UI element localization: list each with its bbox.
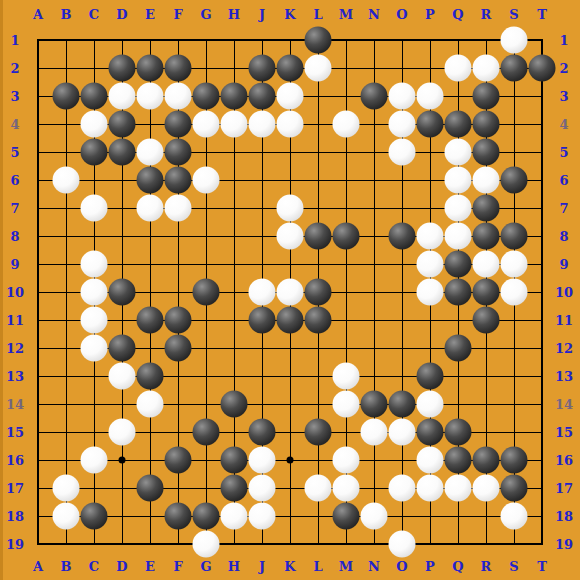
row-label: 7	[10, 202, 19, 215]
white-stone	[445, 167, 472, 194]
black-stone	[361, 391, 388, 418]
column-label: T	[537, 8, 547, 21]
row-label: 11	[6, 314, 24, 327]
black-stone	[137, 307, 164, 334]
row-label: 8	[10, 230, 19, 243]
black-stone	[529, 55, 556, 82]
black-stone	[501, 447, 528, 474]
row-label: 7	[559, 202, 568, 215]
star-point	[119, 457, 126, 464]
black-stone	[473, 139, 500, 166]
white-stone	[249, 447, 276, 474]
black-stone	[109, 55, 136, 82]
black-stone	[333, 503, 360, 530]
column-label: T	[537, 560, 547, 573]
row-label: 3	[10, 90, 19, 103]
black-stone	[501, 223, 528, 250]
black-stone	[165, 335, 192, 362]
black-stone	[193, 279, 220, 306]
white-stone	[81, 307, 108, 334]
row-label: 10	[6, 286, 24, 299]
column-label: B	[61, 8, 72, 21]
black-stone	[165, 447, 192, 474]
column-label: R	[481, 8, 492, 21]
black-stone	[109, 279, 136, 306]
black-stone	[109, 111, 136, 138]
white-stone	[277, 83, 304, 110]
row-label: 13	[555, 370, 573, 383]
column-label: N	[368, 560, 380, 573]
column-label: M	[339, 8, 353, 21]
row-label: 14	[555, 398, 573, 411]
white-stone	[417, 83, 444, 110]
column-label: F	[173, 8, 182, 21]
white-stone	[109, 83, 136, 110]
white-stone	[277, 223, 304, 250]
grid-line-vertical	[374, 39, 375, 545]
row-label: 6	[10, 174, 19, 187]
row-label: 1	[559, 34, 568, 47]
black-stone	[81, 139, 108, 166]
row-label: 2	[10, 62, 19, 75]
black-stone	[305, 27, 332, 54]
black-stone	[165, 307, 192, 334]
column-label: S	[509, 560, 518, 573]
white-stone	[277, 279, 304, 306]
row-label: 18	[555, 510, 573, 523]
black-stone	[445, 335, 472, 362]
white-stone	[81, 447, 108, 474]
white-stone	[417, 279, 444, 306]
black-stone	[305, 307, 332, 334]
go-board[interactable]: AABBCCDDEEFFGGHHJJKKLLMMNNOOPPQQRRSSTT11…	[0, 0, 580, 580]
row-label: 5	[10, 146, 19, 159]
white-stone	[445, 223, 472, 250]
white-stone	[501, 251, 528, 278]
row-label: 1	[10, 34, 19, 47]
white-stone	[137, 83, 164, 110]
column-label: D	[116, 560, 127, 573]
grid-line-vertical	[541, 39, 543, 545]
white-stone	[249, 475, 276, 502]
black-stone	[53, 83, 80, 110]
white-stone	[193, 531, 220, 558]
black-stone	[473, 111, 500, 138]
black-stone	[193, 83, 220, 110]
black-stone	[389, 391, 416, 418]
column-label: G	[200, 8, 211, 21]
row-label: 12	[555, 342, 573, 355]
white-stone	[417, 447, 444, 474]
black-stone	[473, 307, 500, 334]
white-stone	[389, 419, 416, 446]
column-label: C	[89, 8, 99, 21]
black-stone	[109, 335, 136, 362]
black-stone	[249, 307, 276, 334]
white-stone	[333, 447, 360, 474]
black-stone	[305, 223, 332, 250]
black-stone	[501, 167, 528, 194]
column-label: O	[396, 8, 407, 21]
row-label: 17	[6, 482, 24, 495]
column-label: S	[509, 8, 518, 21]
row-label: 15	[555, 426, 573, 439]
black-stone	[501, 55, 528, 82]
black-stone	[165, 503, 192, 530]
white-stone	[137, 195, 164, 222]
row-label: 14	[6, 398, 24, 411]
column-label: D	[116, 8, 127, 21]
column-label: L	[313, 560, 322, 573]
go-board-app: AABBCCDDEEFFGGHHJJKKLLMMNNOOPPQQRRSSTT11…	[0, 0, 580, 580]
white-stone	[417, 251, 444, 278]
black-stone	[165, 139, 192, 166]
black-stone	[137, 475, 164, 502]
column-label: K	[284, 560, 295, 573]
black-stone	[221, 447, 248, 474]
row-label: 13	[6, 370, 24, 383]
white-stone	[81, 279, 108, 306]
column-label: L	[313, 8, 322, 21]
white-stone	[417, 475, 444, 502]
column-label: P	[425, 8, 435, 21]
white-stone	[445, 475, 472, 502]
white-stone	[305, 55, 332, 82]
row-label: 8	[559, 230, 568, 243]
white-stone	[277, 111, 304, 138]
row-label: 2	[559, 62, 568, 75]
row-label: 4	[10, 118, 19, 131]
row-label: 4	[559, 118, 568, 131]
black-stone	[137, 55, 164, 82]
black-stone	[109, 139, 136, 166]
white-stone	[109, 363, 136, 390]
column-label: E	[145, 8, 155, 21]
black-stone	[445, 279, 472, 306]
white-stone	[81, 111, 108, 138]
white-stone	[361, 503, 388, 530]
white-stone	[473, 475, 500, 502]
black-stone	[473, 447, 500, 474]
column-label: A	[33, 560, 43, 573]
row-label: 11	[555, 314, 573, 327]
white-stone	[53, 475, 80, 502]
black-stone	[417, 111, 444, 138]
black-stone	[473, 195, 500, 222]
column-label: A	[33, 8, 43, 21]
row-label: 19	[555, 538, 573, 551]
white-stone	[389, 139, 416, 166]
white-stone	[81, 195, 108, 222]
white-stone	[81, 335, 108, 362]
column-label: O	[396, 560, 407, 573]
row-label: 5	[559, 146, 568, 159]
star-point	[287, 457, 294, 464]
white-stone	[53, 503, 80, 530]
white-stone	[501, 27, 528, 54]
white-stone	[137, 391, 164, 418]
black-stone	[445, 447, 472, 474]
grid-line-horizontal	[37, 516, 543, 517]
white-stone	[473, 167, 500, 194]
white-stone	[417, 223, 444, 250]
white-stone	[165, 83, 192, 110]
white-stone	[109, 419, 136, 446]
row-label: 18	[6, 510, 24, 523]
row-label: 16	[6, 454, 24, 467]
white-stone	[501, 279, 528, 306]
white-stone	[81, 251, 108, 278]
black-stone	[137, 167, 164, 194]
column-label: Q	[452, 8, 463, 21]
black-stone	[221, 391, 248, 418]
column-label: J	[259, 8, 265, 21]
black-stone	[81, 83, 108, 110]
white-stone	[473, 251, 500, 278]
black-stone	[445, 251, 472, 278]
white-stone	[137, 139, 164, 166]
column-label: F	[173, 560, 182, 573]
column-label: J	[259, 560, 265, 573]
row-label: 3	[559, 90, 568, 103]
row-label: 9	[10, 258, 19, 271]
black-stone	[305, 279, 332, 306]
white-stone	[53, 167, 80, 194]
white-stone	[221, 503, 248, 530]
grid-line-horizontal	[37, 543, 543, 545]
black-stone	[473, 223, 500, 250]
white-stone	[389, 83, 416, 110]
black-stone	[165, 167, 192, 194]
black-stone	[221, 83, 248, 110]
column-label: H	[228, 560, 240, 573]
white-stone	[361, 419, 388, 446]
black-stone	[417, 419, 444, 446]
row-label: 16	[555, 454, 573, 467]
black-stone	[165, 111, 192, 138]
white-stone	[417, 391, 444, 418]
black-stone	[361, 83, 388, 110]
black-stone	[277, 55, 304, 82]
white-stone	[333, 391, 360, 418]
column-label: R	[481, 560, 492, 573]
row-label: 15	[6, 426, 24, 439]
black-stone	[193, 419, 220, 446]
black-stone	[249, 419, 276, 446]
white-stone	[277, 195, 304, 222]
black-stone	[221, 475, 248, 502]
black-stone	[305, 419, 332, 446]
black-stone	[193, 503, 220, 530]
white-stone	[445, 195, 472, 222]
column-label: H	[228, 8, 240, 21]
row-label: 12	[6, 342, 24, 355]
column-label: N	[368, 8, 380, 21]
black-stone	[417, 363, 444, 390]
white-stone	[333, 111, 360, 138]
column-label: G	[200, 560, 211, 573]
white-stone	[389, 531, 416, 558]
row-label: 6	[559, 174, 568, 187]
black-stone	[473, 83, 500, 110]
white-stone	[445, 139, 472, 166]
column-label: M	[339, 560, 353, 573]
black-stone	[277, 307, 304, 334]
black-stone	[333, 223, 360, 250]
black-stone	[165, 55, 192, 82]
white-stone	[249, 279, 276, 306]
white-stone	[193, 111, 220, 138]
white-stone	[389, 111, 416, 138]
black-stone	[249, 55, 276, 82]
white-stone	[445, 55, 472, 82]
column-label: C	[89, 560, 99, 573]
black-stone	[445, 419, 472, 446]
white-stone	[165, 195, 192, 222]
white-stone	[389, 475, 416, 502]
white-stone	[193, 167, 220, 194]
row-label: 9	[559, 258, 568, 271]
white-stone	[333, 475, 360, 502]
black-stone	[137, 363, 164, 390]
column-label: K	[284, 8, 295, 21]
white-stone	[473, 55, 500, 82]
white-stone	[305, 475, 332, 502]
black-stone	[501, 475, 528, 502]
white-stone	[333, 363, 360, 390]
white-stone	[501, 503, 528, 530]
white-stone	[249, 111, 276, 138]
white-stone	[249, 503, 276, 530]
black-stone	[81, 503, 108, 530]
black-stone	[389, 223, 416, 250]
grid-line-horizontal	[37, 404, 543, 405]
black-stone	[249, 83, 276, 110]
row-label: 10	[555, 286, 573, 299]
black-stone	[445, 111, 472, 138]
column-label: E	[145, 560, 155, 573]
black-stone	[473, 279, 500, 306]
column-label: Q	[452, 560, 463, 573]
white-stone	[221, 111, 248, 138]
row-label: 17	[555, 482, 573, 495]
column-label: P	[425, 560, 435, 573]
row-label: 19	[6, 538, 24, 551]
column-label: B	[61, 560, 72, 573]
